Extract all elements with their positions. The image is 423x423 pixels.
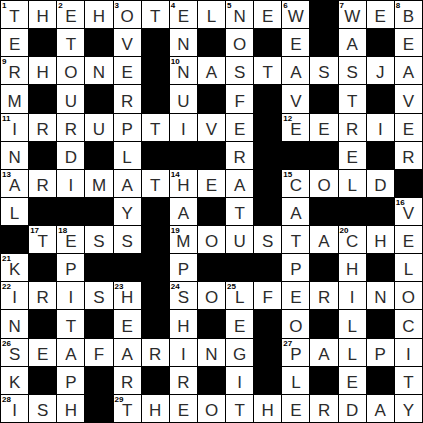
letter-cell[interactable]: K (1, 367, 28, 394)
clue-number: 14 (171, 170, 180, 180)
cell-letter: K (9, 261, 20, 281)
clue-number: 13 (2, 170, 11, 180)
letter-cell[interactable]: E (29, 339, 56, 366)
letter-cell[interactable]: 8B (395, 1, 422, 28)
letter-cell[interactable]: E (282, 282, 309, 309)
letter-cell[interactable]: 5N (226, 1, 253, 28)
letter-cell[interactable]: E (198, 170, 225, 197)
letter-cell[interactable]: H (142, 395, 169, 422)
cell-letter: E (121, 318, 132, 338)
letter-cell[interactable]: H (29, 57, 56, 84)
letter-cell[interactable]: T (142, 114, 169, 141)
cell-letter: T (347, 93, 357, 113)
letter-cell[interactable]: E (339, 142, 366, 169)
clue-number: 8 (396, 1, 400, 11)
black-cell (254, 198, 281, 225)
letter-cell[interactable]: 20C (339, 226, 366, 253)
cell-letter: R (37, 289, 49, 309)
letter-cell[interactable]: S (85, 226, 112, 253)
black-cell (254, 310, 281, 337)
letter-cell[interactable]: 9R (1, 57, 28, 84)
cell-letter: N (177, 36, 189, 56)
cell-letter: E (290, 121, 301, 141)
cell-letter: O (205, 402, 218, 422)
cell-letter: T (150, 8, 160, 28)
letter-cell[interactable]: C (395, 310, 422, 337)
letter-cell[interactable]: 4E (170, 1, 197, 28)
black-cell (198, 142, 225, 169)
letter-cell[interactable]: 23H (114, 282, 141, 309)
letter-cell[interactable]: R (57, 114, 84, 141)
black-cell (254, 170, 281, 197)
cell-letter: M (7, 93, 21, 113)
cell-letter: T (403, 374, 413, 394)
letter-cell[interactable]: E (170, 395, 197, 422)
clue-number: 15 (283, 170, 292, 180)
letter-cell[interactable]: A (310, 226, 337, 253)
clue-number: 10 (171, 57, 180, 67)
letter-cell[interactable]: 25L (226, 282, 253, 309)
letter-cell[interactable]: H (170, 310, 197, 337)
clue-number: 4 (171, 1, 175, 11)
cell-letter: D (374, 177, 386, 197)
letter-cell[interactable]: D (57, 142, 84, 169)
cell-letter: L (10, 205, 19, 225)
letter-cell[interactable]: I (367, 114, 394, 141)
letter-cell[interactable]: L (114, 142, 141, 169)
letter-cell[interactable]: 11I (1, 114, 28, 141)
black-cell (29, 367, 56, 394)
cell-letter: C (346, 233, 358, 253)
letter-cell[interactable]: U (226, 226, 253, 253)
letter-cell[interactable]: O (198, 395, 225, 422)
letter-cell[interactable]: T (226, 198, 253, 225)
cell-letter: D (346, 402, 358, 422)
clue-number: 16 (396, 198, 405, 208)
letter-cell[interactable]: 7W (339, 1, 366, 28)
cell-letter: I (68, 289, 73, 309)
letter-cell[interactable]: S (310, 57, 337, 84)
letter-cell[interactable]: U (57, 85, 84, 112)
letter-cell[interactable]: 28I (1, 395, 28, 422)
black-cell (85, 198, 112, 225)
clue-number: 25 (227, 282, 236, 292)
black-cell (310, 85, 337, 112)
clue-number: 11 (2, 114, 10, 124)
letter-cell[interactable]: 26S (1, 339, 28, 366)
letter-cell[interactable]: S (226, 57, 253, 84)
cell-letter: N (233, 8, 245, 28)
letter-cell[interactable]: I (170, 339, 197, 366)
letter-cell[interactable]: E (282, 29, 309, 56)
letter-cell[interactable]: A (57, 339, 84, 366)
letter-cell[interactable]: R (395, 142, 422, 169)
letter-cell[interactable]: H (29, 1, 56, 28)
letter-cell[interactable]: E (226, 310, 253, 337)
letter-cell[interactable]: R (310, 395, 337, 422)
cell-letter: S (37, 402, 48, 422)
cell-letter: R (233, 149, 245, 169)
letter-cell[interactable]: L (282, 367, 309, 394)
cell-letter: L (291, 374, 300, 394)
letter-cell[interactable]: L (1, 198, 28, 225)
letter-cell[interactable]: A (226, 170, 253, 197)
cell-letter: L (235, 289, 244, 309)
clue-number: 5 (227, 1, 231, 11)
letter-cell[interactable]: A (114, 170, 141, 197)
black-cell (339, 198, 366, 225)
letter-cell[interactable]: U (85, 114, 112, 141)
letter-cell[interactable]: O (198, 282, 225, 309)
cell-letter: I (12, 289, 17, 309)
letter-cell[interactable]: L (339, 310, 366, 337)
letter-cell[interactable]: L (198, 1, 225, 28)
letter-cell[interactable]: S (339, 57, 366, 84)
black-cell (198, 198, 225, 225)
letter-cell[interactable]: A (310, 339, 337, 366)
cell-letter: A (121, 346, 132, 366)
cell-letter: V (403, 205, 414, 225)
letter-cell[interactable]: S (85, 282, 112, 309)
cell-letter: P (290, 261, 301, 281)
cell-letter: H (262, 402, 274, 422)
letter-cell[interactable]: L (339, 339, 366, 366)
black-cell (29, 198, 56, 225)
letter-cell[interactable]: A (339, 29, 366, 56)
crossword-board: 1TH2EH3OT4EL5NE6W7WE8BETVNOEAE9RHONE10NA… (0, 0, 423, 423)
letter-cell[interactable]: L (339, 170, 366, 197)
letter-cell[interactable]: J (367, 57, 394, 84)
letter-cell[interactable]: 15C (282, 170, 309, 197)
letter-cell[interactable]: I (57, 170, 84, 197)
letter-cell[interactable]: E (395, 226, 422, 253)
cell-letter: E (318, 121, 329, 141)
letter-cell[interactable]: E (395, 29, 422, 56)
letter-cell[interactable]: 6W (282, 1, 309, 28)
clue-number: 18 (58, 226, 67, 236)
letter-cell[interactable]: H (85, 1, 112, 28)
letter-cell[interactable]: O (226, 29, 253, 56)
cell-letter: L (347, 346, 356, 366)
letter-cell[interactable]: V (114, 29, 141, 56)
letter-cell[interactable]: T (142, 170, 169, 197)
letter-cell[interactable]: 2E (57, 1, 84, 28)
clue-number: 17 (30, 226, 39, 236)
letter-cell[interactable]: A (114, 339, 141, 366)
cell-letter: M (176, 233, 190, 253)
letter-cell[interactable]: E (114, 310, 141, 337)
letter-cell[interactable]: R (310, 282, 337, 309)
black-cell (310, 254, 337, 281)
cell-letter: O (402, 289, 415, 309)
letter-cell[interactable]: U (170, 85, 197, 112)
letter-cell[interactable]: P (170, 254, 197, 281)
letter-cell[interactable]: 29T (114, 395, 141, 422)
letter-cell[interactable]: 12E (282, 114, 309, 141)
cell-letter: T (263, 64, 273, 84)
black-cell (310, 367, 337, 394)
letter-cell[interactable]: T (339, 85, 366, 112)
letter-cell[interactable]: A (198, 57, 225, 84)
letter-cell[interactable]: R (339, 114, 366, 141)
letter-cell[interactable]: N (1, 310, 28, 337)
letter-cell[interactable]: 14H (170, 170, 197, 197)
letter-cell[interactable]: Y (395, 395, 422, 422)
letter-cell[interactable]: 13A (1, 170, 28, 197)
letter-cell[interactable]: E (282, 395, 309, 422)
letter-cell[interactable]: R (226, 142, 253, 169)
letter-cell[interactable]: 1T (1, 1, 28, 28)
letter-cell[interactable]: S (254, 226, 281, 253)
letter-cell[interactable]: E (367, 1, 394, 28)
crossword-grid: 1TH2EH3OT4EL5NE6W7WE8BETVNOEAE9RHONE10NA… (0, 0, 423, 423)
black-cell (367, 85, 394, 112)
cell-letter: U (233, 233, 245, 253)
letter-cell[interactable]: 21K (1, 254, 28, 281)
cell-letter: N (177, 64, 189, 84)
clue-number: 2 (58, 1, 62, 11)
black-cell (310, 29, 337, 56)
cell-letter: C (402, 318, 414, 338)
cell-letter: F (234, 93, 244, 113)
letter-cell[interactable]: R (29, 114, 56, 141)
clue-number: 12 (283, 114, 292, 124)
letter-cell[interactable]: T (254, 57, 281, 84)
cell-letter: L (347, 177, 356, 197)
letter-cell[interactable]: 18E (57, 226, 84, 253)
letter-cell[interactable]: F (226, 85, 253, 112)
letter-cell[interactable]: N (367, 282, 394, 309)
cell-letter: N (8, 318, 20, 338)
cell-letter: R (402, 149, 414, 169)
letter-cell[interactable]: P (367, 339, 394, 366)
letter-cell[interactable]: D (367, 170, 394, 197)
cell-letter: P (375, 346, 386, 366)
cell-letter: E (403, 233, 414, 253)
black-cell (198, 29, 225, 56)
letter-cell[interactable]: Y (114, 198, 141, 225)
black-cell (57, 198, 84, 225)
cell-letter: H (93, 8, 105, 28)
cell-letter: T (234, 402, 244, 422)
cell-letter: I (12, 402, 17, 422)
cell-letter: H (177, 318, 189, 338)
letter-cell[interactable]: R (114, 85, 141, 112)
letter-cell[interactable]: H (367, 226, 394, 253)
letter-cell[interactable]: A (282, 198, 309, 225)
cell-letter: I (350, 289, 355, 309)
letter-cell[interactable]: R (142, 339, 169, 366)
letter-cell[interactable]: T (395, 367, 422, 394)
cell-letter: E (403, 121, 414, 141)
black-cell (395, 170, 422, 197)
letter-cell[interactable]: P (282, 254, 309, 281)
letter-cell[interactable]: T (142, 1, 169, 28)
letter-cell[interactable]: O (395, 282, 422, 309)
cell-letter: O (317, 177, 330, 197)
black-cell (310, 1, 337, 28)
letter-cell[interactable]: 10N (170, 57, 197, 84)
cell-letter: E (178, 402, 189, 422)
letter-cell[interactable]: A (282, 57, 309, 84)
letter-cell[interactable]: S (114, 226, 141, 253)
black-cell (310, 142, 337, 169)
cell-letter: H (346, 261, 358, 281)
black-cell (367, 254, 394, 281)
cell-letter: W (344, 8, 360, 28)
letter-cell[interactable]: R (29, 170, 56, 197)
cell-letter: V (121, 36, 132, 56)
black-cell (254, 29, 281, 56)
letter-cell[interactable]: H (339, 254, 366, 281)
letter-cell[interactable]: 3O (114, 1, 141, 28)
cell-letter: G (233, 346, 246, 366)
black-cell (310, 310, 337, 337)
letter-cell[interactable]: P (114, 114, 141, 141)
cell-letter: E (178, 8, 189, 28)
letter-cell[interactable]: E (226, 114, 253, 141)
letter-cell[interactable]: N (85, 57, 112, 84)
cell-letter: E (262, 8, 273, 28)
cell-letter: R (8, 64, 20, 84)
cell-letter: E (234, 318, 245, 338)
letter-cell[interactable]: A (367, 395, 394, 422)
cell-letter: R (318, 289, 330, 309)
letter-cell[interactable]: N (1, 142, 28, 169)
black-cell (226, 254, 253, 281)
letter-cell[interactable]: F (85, 339, 112, 366)
letter-cell[interactable]: L (395, 254, 422, 281)
cell-letter: E (234, 121, 245, 141)
letter-cell[interactable]: I (395, 339, 422, 366)
letter-cell[interactable]: T (57, 29, 84, 56)
black-cell (254, 339, 281, 366)
letter-cell[interactable]: N (170, 29, 197, 56)
clue-number: 1 (2, 1, 6, 11)
cell-letter: S (93, 289, 104, 309)
letter-cell[interactable]: I (339, 282, 366, 309)
letter-cell[interactable]: P (57, 367, 84, 394)
cell-letter: O (120, 8, 133, 28)
cell-letter: S (9, 346, 20, 366)
letter-cell[interactable]: O (282, 310, 309, 337)
cell-letter: A (403, 64, 414, 84)
black-cell (198, 310, 225, 337)
letter-cell[interactable]: I (57, 282, 84, 309)
cell-letter: E (65, 233, 76, 253)
letter-cell[interactable]: M (1, 85, 28, 112)
letter-cell[interactable]: 19M (170, 226, 197, 253)
cell-letter: H (374, 233, 386, 253)
cell-letter: N (374, 289, 386, 309)
black-cell (85, 85, 112, 112)
letter-cell[interactable]: N (198, 339, 225, 366)
letter-cell[interactable]: P (57, 254, 84, 281)
letter-cell[interactable]: A (395, 57, 422, 84)
letter-cell[interactable]: E (339, 367, 366, 394)
letter-cell[interactable]: E (395, 114, 422, 141)
black-cell (367, 198, 394, 225)
letter-cell[interactable]: V (282, 85, 309, 112)
cell-letter: N (205, 346, 217, 366)
black-cell (142, 254, 169, 281)
black-cell (170, 142, 197, 169)
letter-cell[interactable]: E (114, 57, 141, 84)
cell-letter: E (290, 289, 301, 309)
letter-cell[interactable]: 22I (1, 282, 28, 309)
clue-number: 23 (115, 282, 124, 292)
cell-letter: R (346, 121, 358, 141)
letter-cell[interactable]: V (198, 114, 225, 141)
cell-letter: A (290, 205, 301, 225)
letter-cell[interactable]: H (254, 395, 281, 422)
cell-letter: N (93, 64, 105, 84)
letter-cell[interactable]: G (226, 339, 253, 366)
cell-letter: W (288, 8, 304, 28)
letter-cell[interactable]: F (254, 282, 281, 309)
letter-cell[interactable]: 24S (170, 282, 197, 309)
letter-cell[interactable]: V (395, 85, 422, 112)
letter-cell[interactable]: O (198, 226, 225, 253)
letter-cell[interactable]: T (282, 226, 309, 253)
black-cell (142, 29, 169, 56)
cell-letter: B (403, 8, 414, 28)
black-cell (254, 254, 281, 281)
cell-letter: O (64, 64, 77, 84)
cell-letter: R (121, 93, 133, 113)
letter-cell[interactable]: H (57, 395, 84, 422)
black-cell (254, 142, 281, 169)
letter-cell[interactable]: T (226, 395, 253, 422)
letter-cell[interactable]: E (254, 1, 281, 28)
letter-cell[interactable]: I (226, 367, 253, 394)
clue-number: 19 (171, 226, 180, 236)
letter-cell[interactable]: S (29, 395, 56, 422)
letter-cell[interactable]: T (57, 310, 84, 337)
cell-letter: S (262, 233, 273, 253)
letter-cell[interactable]: A (170, 198, 197, 225)
letter-cell[interactable]: R (170, 367, 197, 394)
cell-letter: T (122, 402, 132, 422)
letter-cell[interactable]: O (310, 170, 337, 197)
cell-letter: P (65, 261, 76, 281)
letter-cell[interactable]: E (310, 114, 337, 141)
cell-letter: I (181, 346, 186, 366)
letter-cell[interactable]: 27P (282, 339, 309, 366)
black-cell (142, 142, 169, 169)
letter-cell[interactable]: R (29, 282, 56, 309)
cell-letter: R (177, 374, 189, 394)
cell-letter: T (9, 8, 19, 28)
letter-cell[interactable]: I (170, 114, 197, 141)
letter-cell[interactable]: O (57, 57, 84, 84)
letter-cell[interactable]: E (1, 29, 28, 56)
letter-cell[interactable]: 17T (29, 226, 56, 253)
cell-letter: E (346, 149, 357, 169)
cell-letter: S (178, 289, 189, 309)
cell-letter: E (37, 346, 48, 366)
cell-letter: A (65, 346, 76, 366)
letter-cell[interactable]: 16V (395, 198, 422, 225)
cell-letter: U (65, 93, 77, 113)
black-cell (29, 254, 56, 281)
cell-letter: R (318, 402, 330, 422)
cell-letter: K (9, 374, 20, 394)
letter-cell[interactable]: M (85, 170, 112, 197)
black-cell (198, 367, 225, 394)
letter-cell[interactable]: D (339, 395, 366, 422)
letter-cell[interactable]: R (114, 367, 141, 394)
